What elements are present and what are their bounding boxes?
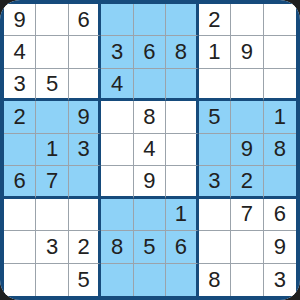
cell-r5c2[interactable]: 1 [36, 134, 68, 166]
cell-r3c4[interactable]: 4 [101, 69, 133, 101]
cell-r4c8[interactable] [231, 101, 263, 133]
cell-r9c3[interactable]: 5 [69, 264, 101, 296]
cell-r1c1[interactable]: 9 [4, 4, 36, 36]
cell-r9c9[interactable]: 3 [264, 264, 296, 296]
cell-r9c6[interactable] [166, 264, 198, 296]
cell-r1c5[interactable] [134, 4, 166, 36]
cell-r8c9[interactable]: 9 [264, 231, 296, 263]
cell-r1c4[interactable] [101, 4, 133, 36]
cell-r4c4[interactable] [101, 101, 133, 133]
cell-r2c2[interactable] [36, 36, 68, 68]
cell-r7c5[interactable] [134, 199, 166, 231]
cell-r9c7[interactable]: 8 [199, 264, 231, 296]
cell-r7c9[interactable]: 6 [264, 199, 296, 231]
cell-r1c7[interactable]: 2 [199, 4, 231, 36]
cell-r2c1[interactable]: 4 [4, 36, 36, 68]
cell-r1c9[interactable] [264, 4, 296, 36]
cell-r1c2[interactable] [36, 4, 68, 36]
cell-r4c6[interactable] [166, 101, 198, 133]
cell-r9c2[interactable] [36, 264, 68, 296]
cell-r7c1[interactable] [4, 199, 36, 231]
cell-r3c9[interactable] [264, 69, 296, 101]
cell-r4c1[interactable]: 2 [4, 101, 36, 133]
cell-r8c3[interactable]: 2 [69, 231, 101, 263]
cell-r3c5[interactable] [134, 69, 166, 101]
cell-r8c8[interactable] [231, 231, 263, 263]
screenshot-frame: 962436819354298511349867932176328569583 [0, 0, 300, 300]
cell-r8c4[interactable]: 8 [101, 231, 133, 263]
cell-r2c8[interactable]: 9 [231, 36, 263, 68]
cell-r9c1[interactable] [4, 264, 36, 296]
cell-r4c2[interactable] [36, 101, 68, 133]
cell-r1c6[interactable] [166, 4, 198, 36]
cell-r7c2[interactable] [36, 199, 68, 231]
cell-r9c5[interactable] [134, 264, 166, 296]
cell-r7c3[interactable] [69, 199, 101, 231]
cell-r3c6[interactable] [166, 69, 198, 101]
cell-r5c7[interactable] [199, 134, 231, 166]
cell-r6c5[interactable]: 9 [134, 166, 166, 198]
cell-r1c3[interactable]: 6 [69, 4, 101, 36]
cell-r6c8[interactable]: 2 [231, 166, 263, 198]
cell-r8c2[interactable]: 3 [36, 231, 68, 263]
cell-r7c4[interactable] [101, 199, 133, 231]
cell-r4c3[interactable]: 9 [69, 101, 101, 133]
cell-r6c2[interactable]: 7 [36, 166, 68, 198]
cell-r8c6[interactable]: 6 [166, 231, 198, 263]
cell-r6c7[interactable]: 3 [199, 166, 231, 198]
cell-r7c6[interactable]: 1 [166, 199, 198, 231]
cell-r7c7[interactable] [199, 199, 231, 231]
cell-r6c9[interactable] [264, 166, 296, 198]
cell-r1c8[interactable] [231, 4, 263, 36]
cell-r5c9[interactable]: 8 [264, 134, 296, 166]
cell-r5c4[interactable] [101, 134, 133, 166]
cell-r4c7[interactable]: 5 [199, 101, 231, 133]
cell-r2c3[interactable] [69, 36, 101, 68]
cell-r6c6[interactable] [166, 166, 198, 198]
cell-r5c8[interactable]: 9 [231, 134, 263, 166]
cell-r6c3[interactable] [69, 166, 101, 198]
cell-r5c5[interactable]: 4 [134, 134, 166, 166]
cell-r4c9[interactable]: 1 [264, 101, 296, 133]
cell-r4c5[interactable]: 8 [134, 101, 166, 133]
cell-r3c7[interactable] [199, 69, 231, 101]
cell-r6c4[interactable] [101, 166, 133, 198]
cell-r9c8[interactable] [231, 264, 263, 296]
cell-r2c7[interactable]: 1 [199, 36, 231, 68]
cell-r3c2[interactable]: 5 [36, 69, 68, 101]
cell-r5c3[interactable]: 3 [69, 134, 101, 166]
cell-r8c5[interactable]: 5 [134, 231, 166, 263]
cell-r2c9[interactable] [264, 36, 296, 68]
cell-r8c1[interactable] [4, 231, 36, 263]
cell-r9c4[interactable] [101, 264, 133, 296]
cell-r6c1[interactable]: 6 [4, 166, 36, 198]
cell-r3c8[interactable] [231, 69, 263, 101]
cell-r2c6[interactable]: 8 [166, 36, 198, 68]
cell-r5c1[interactable] [4, 134, 36, 166]
cell-r2c4[interactable]: 3 [101, 36, 133, 68]
sudoku-board: 962436819354298511349867932176328569583 [0, 0, 300, 300]
cell-r7c8[interactable]: 7 [231, 199, 263, 231]
cell-r5c6[interactable] [166, 134, 198, 166]
cell-r3c1[interactable]: 3 [4, 69, 36, 101]
cell-r3c3[interactable] [69, 69, 101, 101]
cell-r2c5[interactable]: 6 [134, 36, 166, 68]
cell-r8c7[interactable] [199, 231, 231, 263]
